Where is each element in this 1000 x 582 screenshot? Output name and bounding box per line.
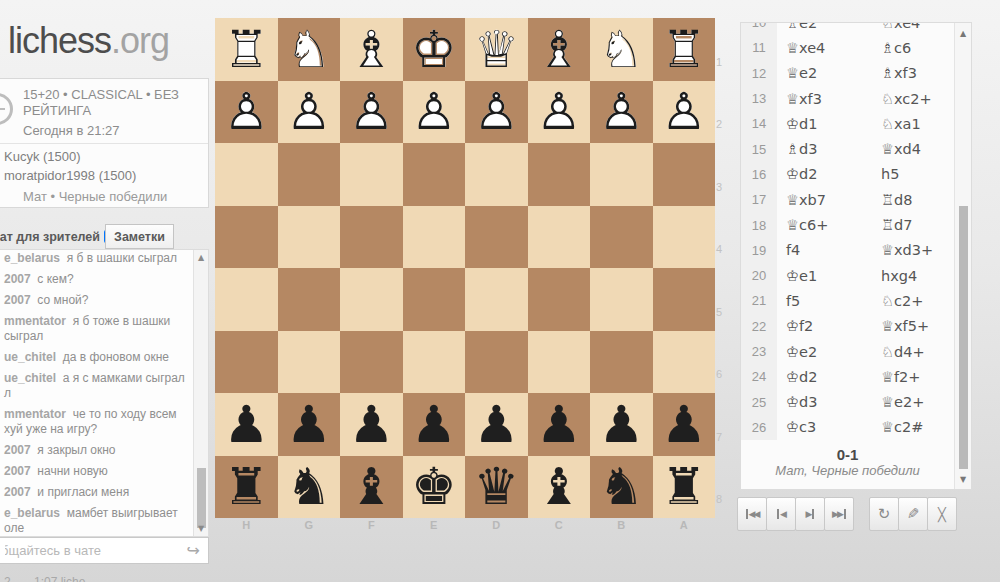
move-number: 11 [741,35,777,60]
flip-board-button[interactable]: ↻ [869,497,899,531]
chess-board[interactable]: ♜♖♞♘♝♗♚♔♛♕♝♗♞♘♜♖♟♙♟♙♟♙♟♙♟♙♟♙♟♙♟♙♟♟♟♟♟♟♟♟… [215,18,715,518]
chat-message: ue_chitel а я с мамками сыгралл [4,371,186,401]
chat-text: л [4,386,11,400]
file-label-h: H [215,519,278,535]
square-b8[interactable]: ♞ [590,456,653,519]
square-a3[interactable] [653,143,716,206]
result-note: Мат • Черные победили [23,189,167,204]
move-number: 17 [741,187,777,212]
chat-panel: e_belarus я б в шашки сыграл2007 с кем?2… [0,249,209,537]
piece-white-pawn[interactable]: ♙ [590,81,653,144]
move-number: 25 [741,389,777,414]
square-g2[interactable]: ♟♙ [278,81,341,144]
rank-label-3: 3 [716,143,732,206]
chat-text: я б тоже в шашки [66,314,170,328]
file-label-f: F [340,519,403,535]
chat-message: 2007 с кем? [4,272,186,287]
square-e7[interactable]: ♟ [403,393,466,456]
chat-text: я закрыл окно [31,443,116,457]
white-move[interactable]: ♕xf3 [777,91,881,107]
move-row-24: 24♔d2♕f2+ [741,364,971,389]
chat-username[interactable]: e_belarus [4,251,60,265]
first-move-icon [746,509,748,519]
chat-text: хуй уже на игру? [4,422,97,436]
white-move[interactable]: ♔f2 [777,318,881,334]
piece-white-king[interactable]: ♔ [403,18,466,81]
white-move[interactable]: ♔c3 [777,419,881,435]
square-c4[interactable] [528,206,591,269]
square-c8[interactable]: ♝ [528,456,591,519]
piece-white-pawn[interactable]: ♙ [340,81,403,144]
piece-white-queen[interactable]: ♕ [465,18,528,81]
move-row-20: 20♔e1hxg4 [741,263,971,288]
white-move[interactable]: ♗d3 [777,141,881,157]
chat-text: со мной? [31,293,89,307]
move-row-19: 19f4♕xd3+ [741,238,971,263]
move-number: 13 [741,86,777,111]
square-f2[interactable]: ♟♙ [340,81,403,144]
file-label-a: A [653,519,716,535]
piece-white-knight[interactable]: ♘ [278,18,341,81]
square-h8[interactable]: ♜ [215,456,278,519]
move-number: 16 [741,162,777,187]
piece-black-bishop[interactable]: ♝ [340,456,403,519]
next-move-icon [812,509,814,519]
piece-black-pawn[interactable]: ♟ [278,393,341,456]
move-row-16: 16♔d2h5 [741,162,971,187]
move-scroll-up-icon[interactable]: ▲ [955,29,971,38]
time-control-label: 15+20 • CLASSICAL • БЕЗ РЕЙТИНГА [23,87,195,119]
move-number: 22 [741,314,777,339]
square-h1[interactable]: ♜♖ [215,18,278,81]
game-date: Сегодня в 21:27 [23,123,195,139]
chat-message: e_belarus мамбет выигрываетоле [4,506,186,536]
game-status: Мат, Черные победили [741,463,954,478]
square-g1[interactable]: ♞♘ [278,18,341,81]
game-info-box: 15+20 • CLASSICAL • БЕЗ РЕЙТИНГА Сегодня… [0,78,209,208]
piece-black-pawn[interactable]: ♟ [403,393,466,456]
chat-message: mmentator че то по ходу всемхуй уже на и… [4,407,186,437]
piece-white-pawn[interactable]: ♙ [465,81,528,144]
move-row-13: 13♕xf3♘xc2+ [741,86,971,111]
piece-black-pawn[interactable]: ♟ [340,393,403,456]
chat-scroll-down-icon[interactable]: ▼ [194,524,208,533]
square-c1[interactable]: ♝♗ [528,18,591,81]
square-a7[interactable]: ♟ [653,393,716,456]
square-d7[interactable]: ♟ [465,393,528,456]
square-e6[interactable] [403,331,466,394]
square-f3[interactable] [340,143,403,206]
chat-text: сыграл [4,329,43,343]
piece-black-king[interactable]: ♚ [403,456,466,519]
move-row-10: 10♗e2♘xe4 [741,22,971,35]
square-g6[interactable] [278,331,341,394]
square-d4[interactable] [465,206,528,269]
player-white[interactable]: Kucyk (1500) [4,149,81,164]
move-row-12: 12♕e2♗xf3 [741,61,971,86]
move-number: 21 [741,288,777,313]
file-coordinates: HGFEDCBA [215,519,715,535]
square-b2[interactable]: ♟♙ [590,81,653,144]
chat-username[interactable]: 2007 [4,443,31,457]
move-number: 10 [741,22,777,35]
tab-spectator-chat[interactable]: Чат для зрителей [0,224,117,249]
chat-message: 2007 начни новую [4,464,186,479]
square-d5[interactable] [465,268,528,331]
square-a1[interactable]: ♜♖ [653,18,716,81]
white-move[interactable]: ♕e2 [777,65,881,81]
chat-message: 2007 я закрыл окно [4,443,186,458]
close-icon: ╳ [938,508,946,521]
file-label-c: C [528,519,591,535]
lichess-logo[interactable]: lichess.org [8,20,169,62]
chat-text: мамбет выигрывает [60,506,178,520]
square-a4[interactable] [653,206,716,269]
piece-white-pawn[interactable]: ♙ [215,81,278,144]
square-f5[interactable] [340,268,403,331]
send-message-icon[interactable]: ↪ [187,541,200,560]
clock-icon [0,93,13,125]
white-move[interactable]: ♕xb7 [777,192,881,208]
chat-username[interactable]: 2007 [4,485,31,499]
prev-move-icon [777,509,779,519]
game-result: 0-1 [741,446,954,463]
white-move[interactable]: ♔d3 [777,394,881,410]
move-row-17: 17♕xb7♖d8 [741,187,971,212]
white-move[interactable]: ♔d2 [777,369,881,385]
move-row-15: 15♗d3♕xd4 [741,136,971,161]
chat-message-list: e_belarus я б в шашки сыграл2007 с кем?2… [4,249,186,537]
logo-main: lichess [8,20,111,61]
piece-black-pawn[interactable]: ♟ [653,393,716,456]
square-g8[interactable]: ♞ [278,456,341,519]
piece-white-rook[interactable]: ♖ [215,18,278,81]
move-scroll-down-icon[interactable]: ▼ [955,475,971,484]
piece-white-rook[interactable]: ♖ [653,18,716,81]
square-e8[interactable]: ♚ [403,456,466,519]
piece-white-pawn[interactable]: ♙ [528,81,591,144]
square-c2[interactable]: ♟♙ [528,81,591,144]
square-f8[interactable]: ♝ [340,456,403,519]
square-c7[interactable]: ♟ [528,393,591,456]
square-a6[interactable] [653,331,716,394]
square-h4[interactable] [215,206,278,269]
piece-white-bishop[interactable]: ♗ [340,18,403,81]
square-g5[interactable] [278,268,341,331]
piece-white-pawn[interactable]: ♙ [403,81,466,144]
piece-white-pawn[interactable]: ♙ [278,81,341,144]
square-b4[interactable] [590,206,653,269]
square-b5[interactable] [590,268,653,331]
rank-label-5: 5 [716,268,732,331]
white-move[interactable]: ♔d2 [777,166,881,182]
piece-black-knight[interactable]: ♞ [590,456,653,519]
chat-text: начни новую [31,464,108,478]
move-scroll-thumb[interactable] [959,206,968,469]
file-label-g: G [278,519,341,535]
move-row-21: 21f5♘c2+ [741,288,971,313]
footer-text: 2.......1:07 liche...... [4,575,105,582]
chat-text: и пригласи меня [31,485,129,499]
chat-input-container: ↪ [0,537,209,564]
tab-notes[interactable]: Заметки [105,224,174,249]
chat-message: ue_chitel да в фоновом окне [4,350,186,365]
square-g3[interactable] [278,143,341,206]
piece-black-bishop[interactable]: ♝ [528,456,591,519]
square-b6[interactable] [590,331,653,394]
move-row-25: 25♔d3♕e2+ [741,389,971,414]
rank-label-6: 6 [716,331,732,394]
square-e1[interactable]: ♚♔ [403,18,466,81]
chat-scroll-up-icon[interactable]: ▲ [194,253,208,262]
piece-black-pawn[interactable]: ♟ [215,393,278,456]
chat-username[interactable]: ue_chitel [4,371,56,385]
file-label-e: E [403,519,466,535]
flip-board-icon: ↻ [878,507,891,522]
move-number: 14 [741,111,777,136]
tab-spectator-chat-label: Чат для зрителей [0,230,100,244]
white-move[interactable]: ♔e1 [777,268,881,284]
chat-message: 2007 со мной? [4,293,186,308]
square-d8[interactable]: ♛ [465,456,528,519]
chat-scrollbar[interactable]: ▲ ▼ [193,250,208,536]
piece-white-bishop[interactable]: ♗ [528,18,591,81]
square-a2[interactable]: ♟♙ [653,81,716,144]
white-move[interactable]: f4 [777,242,881,258]
square-f4[interactable] [340,206,403,269]
edit-button[interactable]: ✎ [898,497,928,531]
chat-text: с кем? [31,272,74,286]
piece-white-knight[interactable]: ♘ [590,18,653,81]
last-move-button[interactable]: ▶▶ [824,497,854,531]
white-move[interactable]: ♕c6+ [777,217,881,233]
piece-black-rook[interactable]: ♜ [653,456,716,519]
square-h2[interactable]: ♟♙ [215,81,278,144]
last-move-icon [844,509,846,519]
divider [0,143,208,144]
chat-text: че то по ходу всем [66,407,177,421]
square-f7[interactable]: ♟ [340,393,403,456]
square-c3[interactable] [528,143,591,206]
move-list-panel: 10♗e2♘xe411♕xe4♗c612♕e2♗xf313♕xf3♘xc2+14… [740,22,972,490]
move-row-14: 14♔d1♘xa1 [741,111,971,136]
pencil-icon: ✎ [907,507,920,522]
move-row-22: 22♔f2♕xf5+ [741,314,971,339]
move-number: 24 [741,364,777,389]
chat-text: а я с мамками сыграл [56,371,185,385]
chat-username[interactable]: mmentator [4,314,66,328]
move-row-26: 26♔c3♕c2# [741,415,971,440]
chat-username[interactable]: 2007 [4,464,31,478]
next-move-button[interactable]: ▶ [795,497,825,531]
square-g4[interactable] [278,206,341,269]
move-number: 12 [741,61,777,86]
chat-username[interactable]: 2007 [4,272,31,286]
chat-text: да в фоновом окне [56,350,169,364]
white-move[interactable]: ♕xe4 [777,40,881,56]
move-number: 23 [741,339,777,364]
navigation-toolbar: ◀◀ ◀ ▶ ▶▶ ↻ ✎ ╳ [737,497,957,531]
square-d1[interactable]: ♛♕ [465,18,528,81]
file-label-d: D [465,519,528,535]
square-b3[interactable] [590,143,653,206]
square-d3[interactable] [465,143,528,206]
square-b1[interactable]: ♞♘ [590,18,653,81]
chat-message: e_belarus я б в шашки сыграл [4,251,186,266]
move-number: 26 [741,415,777,440]
rank-label-7: 7 [716,393,732,456]
square-h3[interactable] [215,143,278,206]
piece-black-knight[interactable]: ♞ [278,456,341,519]
chat-input[interactable] [0,538,173,563]
rank-label-1: 1 [716,18,732,81]
white-move[interactable]: ♔e2 [777,344,881,360]
chat-text: я б в шашки сыграл [60,251,177,265]
chat-message: mmentator я б тоже в шашкисыграл [4,314,186,344]
move-row-11: 11♕xe4♗c6 [741,35,971,60]
first-move-button[interactable]: ◀◀ [737,497,767,531]
square-f1[interactable]: ♝♗ [340,18,403,81]
prev-move-button[interactable]: ◀ [766,497,796,531]
left-sidebar: lichess.org 15+20 • CLASSICAL • БЕЗ РЕЙТ… [0,0,210,582]
square-f6[interactable] [340,331,403,394]
player-black[interactable]: moratpidor1998 (1500) [4,168,136,183]
file-label-b: B [590,519,653,535]
square-g7[interactable]: ♟ [278,393,341,456]
logo-suffix: .org [111,20,169,61]
piece-black-queen[interactable]: ♛ [465,456,528,519]
square-c6[interactable] [528,331,591,394]
square-e2[interactable]: ♟♙ [403,81,466,144]
rank-label-2: 2 [716,81,732,144]
square-h5[interactable] [215,268,278,331]
rank-coordinates: 12345678 [716,18,732,518]
chat-username[interactable]: ue_chitel [4,350,56,364]
piece-black-rook[interactable]: ♜ [215,456,278,519]
square-d2[interactable]: ♟♙ [465,81,528,144]
move-number: 20 [741,263,777,288]
chat-text: оле [4,521,24,535]
chat-username[interactable]: e_belarus [4,506,60,520]
move-number: 19 [741,238,777,263]
rank-label-4: 4 [716,206,732,269]
square-h6[interactable] [215,331,278,394]
move-row-18: 18♕c6+♖d7 [741,212,971,237]
piece-black-pawn[interactable]: ♟ [465,393,528,456]
white-move[interactable]: ♔d1 [777,116,881,132]
chat-username[interactable]: 2007 [4,293,31,307]
piece-white-pawn[interactable]: ♙ [653,81,716,144]
piece-black-pawn[interactable]: ♟ [528,393,591,456]
square-b7[interactable]: ♟ [590,393,653,456]
move-number: 18 [741,212,777,237]
move-list-scrollbar[interactable]: ▲ ▼ [954,23,971,489]
rank-label-8: 8 [716,456,732,519]
square-a5[interactable] [653,268,716,331]
close-button[interactable]: ╳ [927,497,957,531]
move-number: 15 [741,136,777,161]
square-h7[interactable]: ♟ [215,393,278,456]
square-e3[interactable] [403,143,466,206]
chat-scroll-thumb[interactable] [197,468,206,528]
white-move[interactable]: f5 [777,293,881,309]
chat-username[interactable]: mmentator [4,407,66,421]
chat-message: 2007 и пригласи меня [4,485,186,500]
chat-tabs: Чат для зрителей Заметки [0,224,209,249]
square-e4[interactable] [403,206,466,269]
square-e5[interactable] [403,268,466,331]
square-c5[interactable] [528,268,591,331]
move-list: 10♗e2♘xe411♕xe4♗c612♕e2♗xf313♕xf3♘xc2+14… [741,22,971,440]
piece-black-pawn[interactable]: ♟ [590,393,653,456]
square-a8[interactable]: ♜ [653,456,716,519]
white-move[interactable]: ♗e2 [777,22,881,31]
square-d6[interactable] [465,331,528,394]
move-row-23: 23♔e2♘d4+ [741,339,971,364]
